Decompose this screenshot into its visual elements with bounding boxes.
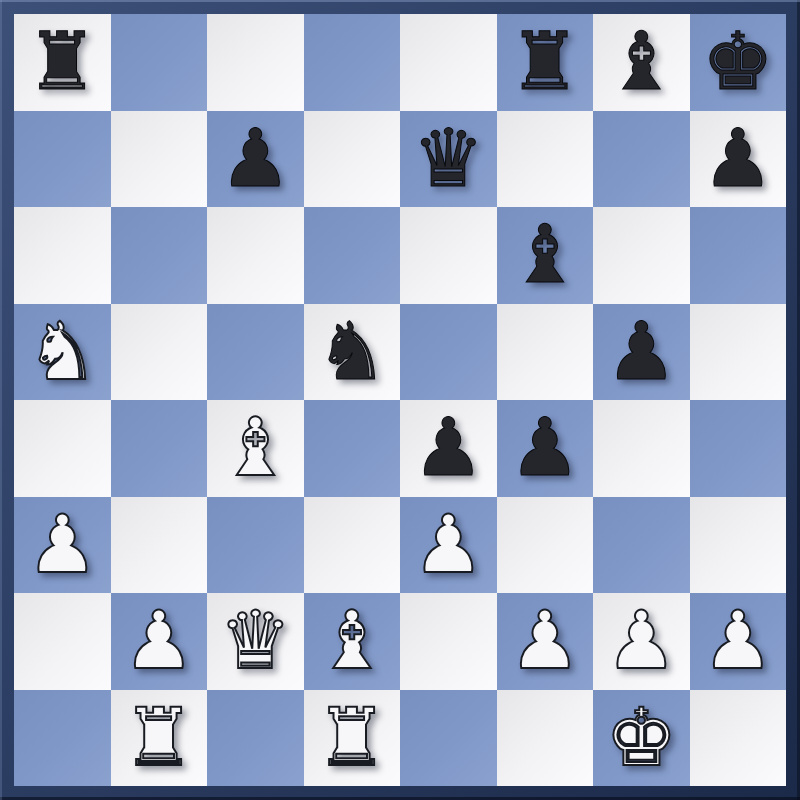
square-f7[interactable] xyxy=(497,111,594,208)
piece-white-pawn-e3[interactable]: ♟ xyxy=(412,505,484,585)
piece-white-pawn-g2[interactable]: ♟ xyxy=(605,601,677,681)
square-d4[interactable] xyxy=(304,400,401,497)
square-e3[interactable]: ♟ xyxy=(400,497,497,594)
square-b8[interactable] xyxy=(111,14,208,111)
square-b5[interactable] xyxy=(111,304,208,401)
square-g8[interactable]: ♝ xyxy=(593,14,690,111)
piece-white-rook-d1[interactable]: ♜ xyxy=(316,698,388,778)
square-c6[interactable] xyxy=(207,207,304,304)
square-e8[interactable] xyxy=(400,14,497,111)
square-g2[interactable]: ♟ xyxy=(593,593,690,690)
piece-black-king-h8[interactable]: ♚ xyxy=(702,22,774,102)
square-c2[interactable]: ♛ xyxy=(207,593,304,690)
square-d3[interactable] xyxy=(304,497,401,594)
piece-black-pawn-c7[interactable]: ♟ xyxy=(219,119,291,199)
square-d2[interactable]: ♝ xyxy=(304,593,401,690)
square-a8[interactable]: ♜ xyxy=(14,14,111,111)
piece-white-knight-a5[interactable]: ♞ xyxy=(26,312,98,392)
chess-board: ♜♜♝♚♟♛♟♝♞♞♟♝♟♟♟♟♟♛♝♟♟♟♜♜♚ xyxy=(14,14,786,786)
square-g7[interactable] xyxy=(593,111,690,208)
square-a3[interactable]: ♟ xyxy=(14,497,111,594)
square-a5[interactable]: ♞ xyxy=(14,304,111,401)
piece-black-pawn-h7[interactable]: ♟ xyxy=(702,119,774,199)
piece-white-pawn-a3[interactable]: ♟ xyxy=(26,505,98,585)
square-c5[interactable] xyxy=(207,304,304,401)
piece-black-pawn-e4[interactable]: ♟ xyxy=(412,408,484,488)
piece-black-bishop-f6[interactable]: ♝ xyxy=(509,215,581,295)
square-b1[interactable]: ♜ xyxy=(111,690,208,787)
square-b4[interactable] xyxy=(111,400,208,497)
square-h1[interactable] xyxy=(690,690,787,787)
square-g4[interactable] xyxy=(593,400,690,497)
piece-black-rook-f8[interactable]: ♜ xyxy=(509,22,581,102)
square-b3[interactable] xyxy=(111,497,208,594)
piece-white-pawn-f2[interactable]: ♟ xyxy=(509,601,581,681)
square-e5[interactable] xyxy=(400,304,497,401)
piece-black-bishop-g8[interactable]: ♝ xyxy=(605,22,677,102)
square-d5[interactable]: ♞ xyxy=(304,304,401,401)
square-d7[interactable] xyxy=(304,111,401,208)
square-e6[interactable] xyxy=(400,207,497,304)
piece-black-pawn-g5[interactable]: ♟ xyxy=(605,312,677,392)
square-e1[interactable] xyxy=(400,690,497,787)
square-f1[interactable] xyxy=(497,690,594,787)
square-d6[interactable] xyxy=(304,207,401,304)
piece-white-king-g1[interactable]: ♚ xyxy=(605,698,677,778)
square-h8[interactable]: ♚ xyxy=(690,14,787,111)
square-f6[interactable]: ♝ xyxy=(497,207,594,304)
piece-white-pawn-h2[interactable]: ♟ xyxy=(702,601,774,681)
square-a4[interactable] xyxy=(14,400,111,497)
piece-white-pawn-b2[interactable]: ♟ xyxy=(123,601,195,681)
square-f4[interactable]: ♟ xyxy=(497,400,594,497)
square-a7[interactable] xyxy=(14,111,111,208)
square-c4[interactable]: ♝ xyxy=(207,400,304,497)
square-h4[interactable] xyxy=(690,400,787,497)
piece-white-rook-b1[interactable]: ♜ xyxy=(123,698,195,778)
square-b7[interactable] xyxy=(111,111,208,208)
square-b6[interactable] xyxy=(111,207,208,304)
square-c8[interactable] xyxy=(207,14,304,111)
piece-black-queen-e7[interactable]: ♛ xyxy=(412,119,484,199)
square-e2[interactable] xyxy=(400,593,497,690)
square-c1[interactable] xyxy=(207,690,304,787)
square-c7[interactable]: ♟ xyxy=(207,111,304,208)
piece-white-bishop-c4[interactable]: ♝ xyxy=(219,408,291,488)
square-g5[interactable]: ♟ xyxy=(593,304,690,401)
square-e7[interactable]: ♛ xyxy=(400,111,497,208)
square-f8[interactable]: ♜ xyxy=(497,14,594,111)
square-h6[interactable] xyxy=(690,207,787,304)
square-a6[interactable] xyxy=(14,207,111,304)
square-d8[interactable] xyxy=(304,14,401,111)
square-h2[interactable]: ♟ xyxy=(690,593,787,690)
square-f5[interactable] xyxy=(497,304,594,401)
square-c3[interactable] xyxy=(207,497,304,594)
square-h5[interactable] xyxy=(690,304,787,401)
square-g6[interactable] xyxy=(593,207,690,304)
piece-black-pawn-f4[interactable]: ♟ xyxy=(509,408,581,488)
square-f3[interactable] xyxy=(497,497,594,594)
piece-white-bishop-d2[interactable]: ♝ xyxy=(316,601,388,681)
square-d1[interactable]: ♜ xyxy=(304,690,401,787)
piece-black-rook-a8[interactable]: ♜ xyxy=(26,22,98,102)
square-b2[interactable]: ♟ xyxy=(111,593,208,690)
chess-board-frame: ♜♜♝♚♟♛♟♝♞♞♟♝♟♟♟♟♟♛♝♟♟♟♜♜♚ xyxy=(0,0,800,800)
square-h3[interactable] xyxy=(690,497,787,594)
piece-white-queen-c2[interactable]: ♛ xyxy=(219,601,291,681)
square-a1[interactable] xyxy=(14,690,111,787)
square-g1[interactable]: ♚ xyxy=(593,690,690,787)
square-f2[interactable]: ♟ xyxy=(497,593,594,690)
square-g3[interactable] xyxy=(593,497,690,594)
square-e4[interactable]: ♟ xyxy=(400,400,497,497)
square-h7[interactable]: ♟ xyxy=(690,111,787,208)
square-a2[interactable] xyxy=(14,593,111,690)
piece-black-knight-d5[interactable]: ♞ xyxy=(316,312,388,392)
